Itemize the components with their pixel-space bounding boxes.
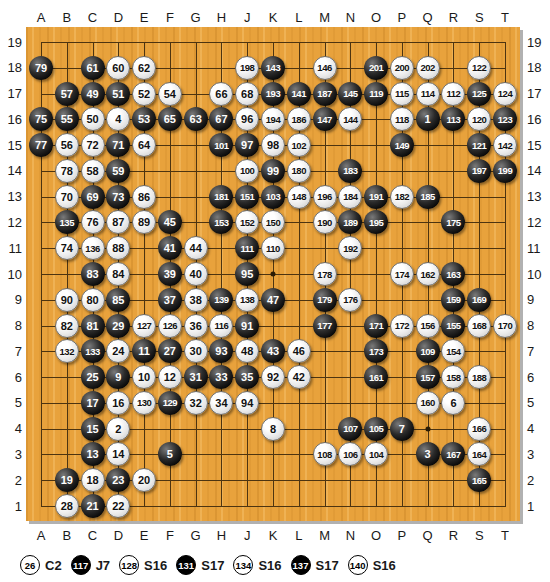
coord-bottom-J: J xyxy=(244,529,251,542)
caption-location: S16 xyxy=(144,558,167,573)
coord-bottom-A: A xyxy=(37,529,46,542)
coord-bottom-E: E xyxy=(140,529,149,542)
coord-top-M: M xyxy=(319,11,330,24)
stone-white-46-L7[interactable]: 46 xyxy=(287,339,311,363)
stone-white-56-B15[interactable]: 56 xyxy=(55,133,79,157)
stone-white-68-J17[interactable]: 68 xyxy=(235,82,259,106)
coord-left-12: 12 xyxy=(4,216,22,229)
stone-black-11-E7[interactable]: 11 xyxy=(132,339,156,363)
stone-black-15-C4[interactable]: 15 xyxy=(81,417,105,441)
coord-bottom-N: N xyxy=(346,529,355,542)
stone-black-197-S14[interactable]: 197 xyxy=(467,159,491,183)
coord-top-C: C xyxy=(88,11,97,24)
stone-white-130-E5[interactable]: 130 xyxy=(132,391,156,415)
coord-right-1: 1 xyxy=(527,500,547,513)
stone-black-25-C6[interactable]: 25 xyxy=(81,365,105,389)
coord-bottom-C: C xyxy=(88,529,97,542)
stone-white-192-N11[interactable]: 192 xyxy=(338,236,362,260)
stone-white-62-E18[interactable]: 62 xyxy=(132,56,156,80)
coord-bottom-K: K xyxy=(269,529,278,542)
coord-left-17: 17 xyxy=(4,87,22,100)
stone-white-76-C12[interactable]: 76 xyxy=(81,210,105,234)
stone-black-149-P15[interactable]: 149 xyxy=(390,133,414,157)
caption-stone-white-128: 128 xyxy=(119,555,139,575)
coord-right-19: 19 xyxy=(527,36,547,49)
stone-black-101-H15[interactable]: 101 xyxy=(209,133,233,157)
coord-top-L: L xyxy=(295,11,302,24)
coord-top-G: G xyxy=(191,11,201,24)
stone-white-78-B14[interactable]: 78 xyxy=(55,159,79,183)
coord-right-9: 9 xyxy=(527,293,547,306)
coord-top-D: D xyxy=(114,11,123,24)
coord-right-7: 7 xyxy=(527,345,547,358)
stone-white-168-S8[interactable]: 168 xyxy=(467,314,491,338)
coord-right-4: 4 xyxy=(527,422,547,435)
stone-black-91-J8[interactable]: 91 xyxy=(235,314,259,338)
stone-white-4-D16[interactable]: 4 xyxy=(106,107,130,131)
stone-black-57-B17[interactable]: 57 xyxy=(55,82,79,106)
stone-black-201-O18[interactable]: 201 xyxy=(364,56,388,80)
stone-black-187-M17[interactable]: 187 xyxy=(313,82,337,106)
stone-white-154-R7[interactable]: 154 xyxy=(441,339,465,363)
stone-white-132-B7[interactable]: 132 xyxy=(55,339,79,363)
coord-left-9: 9 xyxy=(4,293,22,306)
stone-black-31-G6[interactable]: 31 xyxy=(184,365,208,389)
stone-white-106-N3[interactable]: 106 xyxy=(338,442,362,466)
stone-black-63-G16[interactable]: 63 xyxy=(184,107,208,131)
stone-white-180-L14[interactable]: 180 xyxy=(287,159,311,183)
coord-bottom-Q: Q xyxy=(423,529,433,542)
caption-location: J7 xyxy=(96,558,110,573)
coord-right-17: 17 xyxy=(527,87,547,100)
stone-white-6-R5[interactable]: 6 xyxy=(441,391,465,415)
coord-left-15: 15 xyxy=(4,139,22,152)
stone-white-80-C9[interactable]: 80 xyxy=(81,288,105,312)
stone-white-38-G9[interactable]: 38 xyxy=(184,288,208,312)
coord-right-15: 15 xyxy=(527,139,547,152)
caption-move-131: 131S17 xyxy=(176,555,224,575)
stone-black-99-K14[interactable]: 99 xyxy=(261,159,285,183)
stone-white-116-H8[interactable]: 116 xyxy=(209,314,233,338)
stone-white-86-E13[interactable]: 86 xyxy=(132,185,156,209)
stone-black-189-N12[interactable]: 189 xyxy=(338,210,362,234)
stone-black-195-O12[interactable]: 195 xyxy=(364,210,388,234)
stone-white-22-D1[interactable]: 22 xyxy=(106,494,130,518)
stone-white-20-E2[interactable]: 20 xyxy=(132,468,156,492)
coord-top-S: S xyxy=(475,11,484,24)
stone-black-79-A18[interactable]: 79 xyxy=(29,56,53,80)
stone-white-28-B1[interactable]: 28 xyxy=(55,494,79,518)
stone-white-24-D7[interactable]: 24 xyxy=(106,339,130,363)
stone-white-14-D3[interactable]: 14 xyxy=(106,442,130,466)
stone-black-13-C3[interactable]: 13 xyxy=(81,442,105,466)
stone-white-146-M18[interactable]: 146 xyxy=(313,56,337,80)
stone-white-112-R17[interactable]: 112 xyxy=(441,82,465,106)
stone-black-163-R10[interactable]: 163 xyxy=(441,262,465,286)
coord-left-16: 16 xyxy=(4,113,22,126)
stone-white-100-J14[interactable]: 100 xyxy=(235,159,259,183)
caption-stone-black-137: 137 xyxy=(291,555,311,575)
coord-left-2: 2 xyxy=(4,474,22,487)
stone-black-93-H7[interactable]: 93 xyxy=(209,339,233,363)
coord-left-11: 11 xyxy=(4,242,22,255)
coord-right-8: 8 xyxy=(527,319,547,332)
stone-white-104-O3[interactable]: 104 xyxy=(364,442,388,466)
coord-top-O: O xyxy=(371,11,381,24)
coord-left-1: 1 xyxy=(4,500,22,513)
coord-right-12: 12 xyxy=(527,216,547,229)
stone-black-179-M9[interactable]: 179 xyxy=(313,288,337,312)
stone-white-108-M3[interactable]: 108 xyxy=(313,442,337,466)
stone-white-16-D5[interactable]: 16 xyxy=(106,391,130,415)
coord-top-A: A xyxy=(37,11,46,24)
stone-black-5-F3[interactable]: 5 xyxy=(158,442,182,466)
stone-white-174-P10[interactable]: 174 xyxy=(390,262,414,286)
stone-white-72-C15[interactable]: 72 xyxy=(81,133,105,157)
coord-bottom-D: D xyxy=(114,529,123,542)
stone-white-102-L15[interactable]: 102 xyxy=(287,133,311,157)
coord-bottom-L: L xyxy=(295,529,302,542)
caption-location: S16 xyxy=(373,558,396,573)
coord-bottom-G: G xyxy=(191,529,201,542)
star-point-Q4 xyxy=(425,426,430,431)
stone-black-3-Q3[interactable]: 3 xyxy=(416,442,440,466)
stone-white-198-J18[interactable]: 198 xyxy=(235,56,259,80)
coord-top-T: T xyxy=(501,11,509,24)
stone-black-147-M16[interactable]: 147 xyxy=(313,107,337,131)
coord-top-H: H xyxy=(217,11,226,24)
stone-black-33-H6[interactable]: 33 xyxy=(209,365,233,389)
coord-bottom-H: H xyxy=(217,529,226,542)
stone-white-30-G7[interactable]: 30 xyxy=(184,339,208,363)
coord-top-N: N xyxy=(346,11,355,24)
coord-right-18: 18 xyxy=(527,61,547,74)
stone-white-150-K12[interactable]: 150 xyxy=(261,210,285,234)
stone-black-53-E16[interactable]: 53 xyxy=(132,107,156,131)
stone-white-156-Q8[interactable]: 156 xyxy=(416,314,440,338)
stone-white-88-D11[interactable]: 88 xyxy=(106,236,130,260)
coord-left-13: 13 xyxy=(4,190,22,203)
stone-black-45-F12[interactable]: 45 xyxy=(158,210,182,234)
coord-top-Q: Q xyxy=(423,11,433,24)
stone-black-165-S2[interactable]: 165 xyxy=(467,468,491,492)
stone-white-138-J9[interactable]: 138 xyxy=(235,288,259,312)
stone-black-145-N17[interactable]: 145 xyxy=(338,82,362,106)
coord-left-14: 14 xyxy=(4,164,22,177)
stone-black-7-P4[interactable]: 7 xyxy=(390,417,414,441)
stone-black-69-C13[interactable]: 69 xyxy=(81,185,105,209)
caption-move-134: 134S16 xyxy=(233,555,281,575)
stone-black-103-K13[interactable]: 103 xyxy=(261,185,285,209)
coord-left-6: 6 xyxy=(4,371,22,384)
stone-black-129-F5[interactable]: 129 xyxy=(158,391,182,415)
coord-left-18: 18 xyxy=(4,61,22,74)
stone-white-202-Q18[interactable]: 202 xyxy=(416,56,440,80)
coord-bottom-S: S xyxy=(475,529,484,542)
coord-right-6: 6 xyxy=(527,371,547,384)
stone-white-184-N13[interactable]: 184 xyxy=(338,185,362,209)
coord-bottom-B: B xyxy=(62,529,71,542)
caption-location: S17 xyxy=(201,558,224,573)
coord-right-14: 14 xyxy=(527,164,547,177)
stone-black-21-C1[interactable]: 21 xyxy=(81,494,105,518)
coord-left-4: 4 xyxy=(4,422,22,435)
stone-black-141-L17[interactable]: 141 xyxy=(287,82,311,106)
stone-white-40-G10[interactable]: 40 xyxy=(184,262,208,286)
stone-black-111-J11[interactable]: 111 xyxy=(235,236,259,260)
stone-black-39-F10[interactable]: 39 xyxy=(158,262,182,286)
stone-black-161-O6[interactable]: 161 xyxy=(364,365,388,389)
stone-white-50-C16[interactable]: 50 xyxy=(81,107,105,131)
stone-black-43-K7[interactable]: 43 xyxy=(261,339,285,363)
stone-black-157-Q6[interactable]: 157 xyxy=(416,365,440,389)
stone-black-73-D13[interactable]: 73 xyxy=(106,185,130,209)
coord-left-10: 10 xyxy=(4,268,22,281)
coord-top-R: R xyxy=(449,11,458,24)
stone-black-83-C10[interactable]: 83 xyxy=(81,262,105,286)
stone-black-171-O8[interactable]: 171 xyxy=(364,314,388,338)
caption-stone-white-140: 140 xyxy=(348,555,368,575)
stone-black-29-D8[interactable]: 29 xyxy=(106,314,130,338)
stone-white-82-B8[interactable]: 82 xyxy=(55,314,79,338)
stone-black-135-B12[interactable]: 135 xyxy=(55,210,79,234)
stone-black-65-F16[interactable]: 65 xyxy=(158,107,182,131)
stone-white-126-F8[interactable]: 126 xyxy=(158,314,182,338)
stone-white-87-D12[interactable]: 87 xyxy=(106,210,130,234)
coord-top-E: E xyxy=(140,11,149,24)
stone-white-36-G8[interactable]: 36 xyxy=(184,314,208,338)
stone-black-95-J10[interactable]: 95 xyxy=(235,262,259,286)
caption-stone-white-26: 26 xyxy=(20,555,40,575)
stone-white-94-J5[interactable]: 94 xyxy=(235,391,259,415)
stone-black-35-J6[interactable]: 35 xyxy=(235,365,259,389)
stone-black-185-Q13[interactable]: 185 xyxy=(416,185,440,209)
stone-black-9-D6[interactable]: 9 xyxy=(106,365,130,389)
coord-bottom-R: R xyxy=(449,529,458,542)
stone-white-148-L13[interactable]: 148 xyxy=(287,185,311,209)
coord-top-P: P xyxy=(398,11,407,24)
stone-black-139-H9[interactable]: 139 xyxy=(209,288,233,312)
stone-white-142-T15[interactable]: 142 xyxy=(493,133,517,157)
stone-black-109-Q7[interactable]: 109 xyxy=(416,339,440,363)
coord-top-K: K xyxy=(269,11,278,24)
stone-white-70-B13[interactable]: 70 xyxy=(55,185,79,209)
caption-move-117: 117J7 xyxy=(71,555,110,575)
stone-white-186-L16[interactable]: 186 xyxy=(287,107,311,131)
caption-move-26: 26C2 xyxy=(20,555,62,575)
stone-black-17-C5[interactable]: 17 xyxy=(81,391,105,415)
move-repeat-caption: 26C2117J7128S16131S17134S16137S17140S16 xyxy=(20,552,405,578)
stone-white-152-J12[interactable]: 152 xyxy=(235,210,259,234)
coord-bottom-P: P xyxy=(398,529,407,542)
coord-bottom-F: F xyxy=(166,529,174,542)
stone-white-32-G5[interactable]: 32 xyxy=(184,391,208,415)
stone-white-196-M13[interactable]: 196 xyxy=(313,185,337,209)
stone-black-51-D17[interactable]: 51 xyxy=(106,82,130,106)
stone-black-155-R8[interactable]: 155 xyxy=(441,314,465,338)
stone-black-105-O4[interactable]: 105 xyxy=(364,417,388,441)
caption-stone-white-134: 134 xyxy=(233,555,253,575)
coord-left-7: 7 xyxy=(4,345,22,358)
coord-right-10: 10 xyxy=(527,268,547,281)
stone-white-90-B9[interactable]: 90 xyxy=(55,288,79,312)
stone-white-18-C2[interactable]: 18 xyxy=(81,468,105,492)
stone-white-200-P18[interactable]: 200 xyxy=(390,56,414,80)
star-point-K10 xyxy=(271,272,276,277)
stone-white-48-J7[interactable]: 48 xyxy=(235,339,259,363)
stone-black-153-H12[interactable]: 153 xyxy=(209,210,233,234)
stone-black-151-J13[interactable]: 151 xyxy=(235,185,259,209)
stone-black-113-R16[interactable]: 113 xyxy=(441,107,465,131)
stone-black-67-H16[interactable]: 67 xyxy=(209,107,233,131)
stone-black-119-O17[interactable]: 119 xyxy=(364,82,388,106)
caption-stone-black-117: 117 xyxy=(71,555,91,575)
stone-white-12-F6[interactable]: 12 xyxy=(158,365,182,389)
stone-black-177-M8[interactable]: 177 xyxy=(313,314,337,338)
stone-black-19-B2[interactable]: 19 xyxy=(55,468,79,492)
stone-black-41-F11[interactable]: 41 xyxy=(158,236,182,260)
stone-white-160-Q5[interactable]: 160 xyxy=(416,391,440,415)
stone-black-71-D15[interactable]: 71 xyxy=(106,133,130,157)
stone-white-136-C11[interactable]: 136 xyxy=(81,236,105,260)
stone-white-64-E15[interactable]: 64 xyxy=(132,133,156,157)
stone-black-81-C8[interactable]: 81 xyxy=(81,314,105,338)
stone-black-143-K18[interactable]: 143 xyxy=(261,56,285,80)
stone-black-123-T16[interactable]: 123 xyxy=(493,107,517,131)
stone-white-110-K11[interactable]: 110 xyxy=(261,236,285,260)
stone-white-96-J16[interactable]: 96 xyxy=(235,107,259,131)
coord-left-19: 19 xyxy=(4,36,22,49)
stone-black-49-C17[interactable]: 49 xyxy=(81,82,105,106)
coord-left-3: 3 xyxy=(4,448,22,461)
stone-white-42-L6[interactable]: 42 xyxy=(287,365,311,389)
stone-white-44-G11[interactable]: 44 xyxy=(184,236,208,260)
caption-move-128: 128S16 xyxy=(119,555,167,575)
stone-black-175-R12[interactable]: 175 xyxy=(441,210,465,234)
stone-white-194-K16[interactable]: 194 xyxy=(261,107,285,131)
stone-black-97-J15[interactable]: 97 xyxy=(235,133,259,157)
stone-black-167-R3[interactable]: 167 xyxy=(441,442,465,466)
stone-white-172-P8[interactable]: 172 xyxy=(390,314,414,338)
stone-black-133-C7[interactable]: 133 xyxy=(81,339,105,363)
go-diagram: ABCDEFGHJKLMNOPQRST 19181716151413121110… xyxy=(0,0,550,582)
stone-white-120-S16[interactable]: 120 xyxy=(467,107,491,131)
stone-black-193-K17[interactable]: 193 xyxy=(261,82,285,106)
stone-white-124-T17[interactable]: 124 xyxy=(493,82,517,106)
stone-black-183-N14[interactable]: 183 xyxy=(338,159,362,183)
stone-white-10-E6[interactable]: 10 xyxy=(132,365,156,389)
stone-black-55-B16[interactable]: 55 xyxy=(55,107,79,131)
stone-black-37-F9[interactable]: 37 xyxy=(158,288,182,312)
stone-white-66-H17[interactable]: 66 xyxy=(209,82,233,106)
stone-white-92-K6[interactable]: 92 xyxy=(261,365,285,389)
coord-left-8: 8 xyxy=(4,319,22,332)
stone-black-173-O7[interactable]: 173 xyxy=(364,339,388,363)
stone-white-188-S6[interactable]: 188 xyxy=(467,365,491,389)
caption-location: S16 xyxy=(258,558,281,573)
coord-top-J: J xyxy=(244,11,251,24)
stone-white-166-S4[interactable]: 166 xyxy=(467,417,491,441)
stone-black-85-D9[interactable]: 85 xyxy=(106,288,130,312)
stone-black-75-A16[interactable]: 75 xyxy=(29,107,53,131)
coord-right-3: 3 xyxy=(527,448,547,461)
coord-right-11: 11 xyxy=(527,242,547,255)
coord-right-5: 5 xyxy=(527,396,547,409)
stone-white-144-N16[interactable]: 144 xyxy=(338,107,362,131)
stone-black-59-D14[interactable]: 59 xyxy=(106,159,130,183)
stone-white-170-T8[interactable]: 170 xyxy=(493,314,517,338)
stone-black-61-C18[interactable]: 61 xyxy=(81,56,105,80)
coord-left-5: 5 xyxy=(4,396,22,409)
stone-black-23-D2[interactable]: 23 xyxy=(106,468,130,492)
stone-white-162-Q10[interactable]: 162 xyxy=(416,262,440,286)
coord-bottom-T: T xyxy=(501,529,509,542)
stone-black-1-Q16[interactable]: 1 xyxy=(416,107,440,131)
stone-white-2-D4[interactable]: 2 xyxy=(106,417,130,441)
coord-right-16: 16 xyxy=(527,113,547,126)
stone-black-47-K9[interactable]: 47 xyxy=(261,288,285,312)
caption-location: C2 xyxy=(45,558,62,573)
caption-move-140: 140S16 xyxy=(348,555,396,575)
coord-right-2: 2 xyxy=(527,474,547,487)
stone-black-159-R9[interactable]: 159 xyxy=(441,288,465,312)
stone-black-181-H13[interactable]: 181 xyxy=(209,185,233,209)
stone-white-98-K15[interactable]: 98 xyxy=(261,133,285,157)
stone-white-89-E12[interactable]: 89 xyxy=(132,210,156,234)
stone-black-125-S17[interactable]: 125 xyxy=(467,82,491,106)
stone-black-77-A15[interactable]: 77 xyxy=(29,133,53,157)
stone-black-169-S9[interactable]: 169 xyxy=(467,288,491,312)
stone-white-182-P13[interactable]: 182 xyxy=(390,185,414,209)
stone-white-8-K4[interactable]: 8 xyxy=(261,417,285,441)
stone-white-164-S3[interactable]: 164 xyxy=(467,442,491,466)
stone-white-114-Q17[interactable]: 114 xyxy=(416,82,440,106)
stone-white-176-N9[interactable]: 176 xyxy=(338,288,362,312)
coord-top-F: F xyxy=(166,11,174,24)
stone-black-121-S15[interactable]: 121 xyxy=(467,133,491,157)
coord-bottom-M: M xyxy=(319,529,330,542)
coord-right-13: 13 xyxy=(527,190,547,203)
stone-white-118-P16[interactable]: 118 xyxy=(390,107,414,131)
stone-white-127-E8[interactable]: 127 xyxy=(132,314,156,338)
coord-bottom-O: O xyxy=(371,529,381,542)
stone-white-52-E17[interactable]: 52 xyxy=(132,82,156,106)
stone-white-190-M12[interactable]: 190 xyxy=(313,210,337,234)
stone-white-84-D10[interactable]: 84 xyxy=(106,262,130,286)
stone-black-199-T14[interactable]: 199 xyxy=(493,159,517,183)
stone-white-158-R6[interactable]: 158 xyxy=(441,365,465,389)
stone-white-122-S18[interactable]: 122 xyxy=(467,56,491,80)
stone-black-27-F7[interactable]: 27 xyxy=(158,339,182,363)
stone-black-191-O13[interactable]: 191 xyxy=(364,185,388,209)
stone-white-34-H5[interactable]: 34 xyxy=(209,391,233,415)
stone-white-178-M10[interactable]: 178 xyxy=(313,262,337,286)
stone-white-60-D18[interactable]: 60 xyxy=(106,56,130,80)
caption-move-137: 137S17 xyxy=(291,555,339,575)
go-board[interactable]: 7961606219814314620120020212257495152546… xyxy=(26,27,520,521)
caption-stone-black-131: 131 xyxy=(176,555,196,575)
stone-black-107-N4[interactable]: 107 xyxy=(338,417,362,441)
stone-white-74-B11[interactable]: 74 xyxy=(55,236,79,260)
coord-top-B: B xyxy=(62,11,71,24)
stone-white-115-P17[interactable]: 115 xyxy=(390,82,414,106)
stone-white-58-C14[interactable]: 58 xyxy=(81,159,105,183)
caption-location: S17 xyxy=(316,558,339,573)
stone-white-54-F17[interactable]: 54 xyxy=(158,82,182,106)
